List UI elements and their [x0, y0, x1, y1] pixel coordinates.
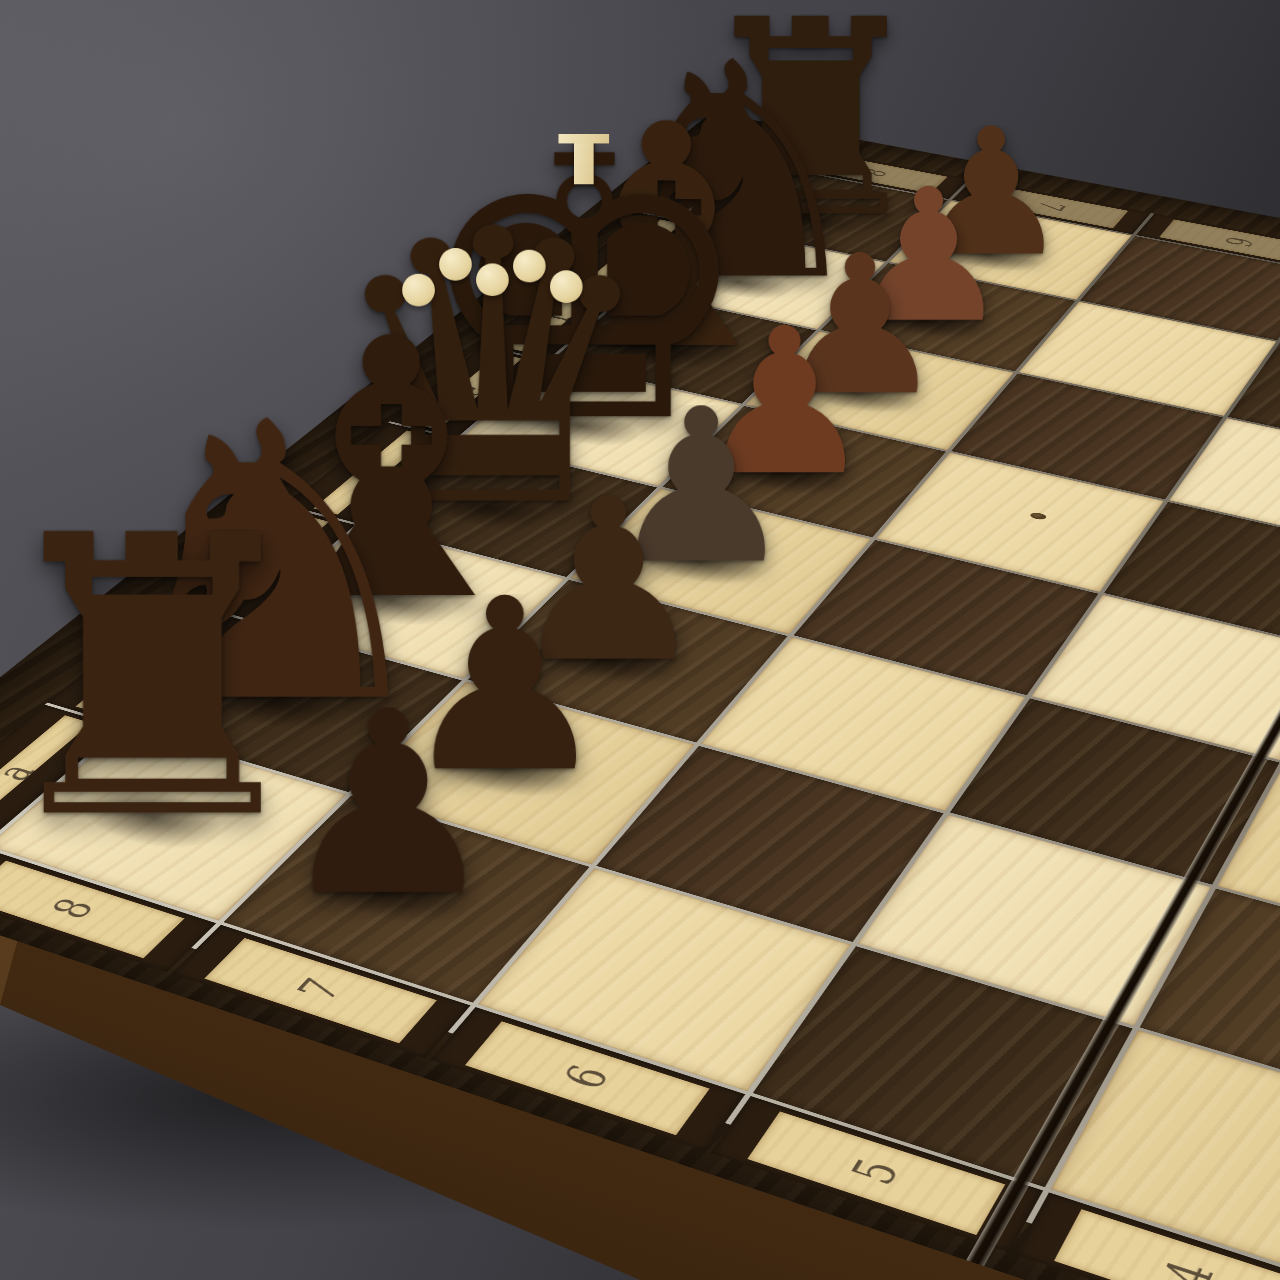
piece-glyph-pawn: ♟	[167, 706, 609, 903]
wood-defect-dot	[1029, 512, 1048, 521]
piece-black-pawn-a7[interactable]: ♟	[235, 775, 597, 977]
chessboard-photo-scene: 87654321hhggffeeddccbbaa87654321 ♜♞♝♛♚♝♞…	[0, 0, 1280, 1280]
